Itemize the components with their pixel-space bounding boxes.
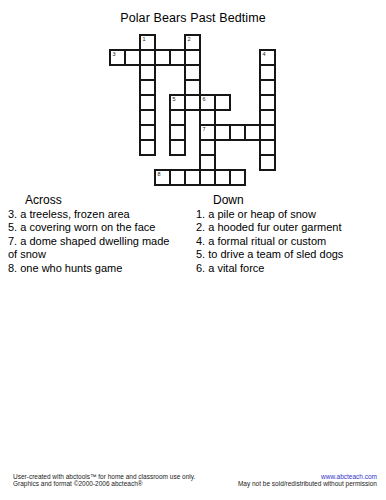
clue-line: 7. a dome shaped dwelling made of snow: [8, 235, 180, 262]
clue-line: 1. a pile or heap of snow: [196, 208, 384, 221]
worksheet-page: Polar Bears Past Bedtime 12345678 Across…: [0, 0, 386, 500]
grid-cell-r4c7[interactable]: [214, 94, 231, 111]
clue-number-7: 7: [203, 126, 206, 132]
clue-line: 8. one who hunts game: [8, 262, 180, 275]
down-clue-list: 1. a pile or heap of snow2. a hooded fur…: [196, 208, 384, 275]
footer-credits: User-created with abctools™ for home and…: [13, 473, 195, 487]
across-clue-list: 3. a treeless, frozen area5. a covering …: [8, 208, 180, 275]
clue-number-8: 8: [158, 171, 161, 177]
footer-permission-line: May not be sold/redistributed without pe…: [238, 480, 377, 487]
clue-number-4: 4: [263, 51, 266, 57]
clue-number-3: 3: [113, 51, 116, 57]
across-header: Across: [25, 193, 62, 207]
clue-number-5: 5: [173, 96, 176, 102]
clue-number-1: 1: [143, 36, 146, 42]
clue-line: 2. a hooded fur outer garment: [196, 221, 384, 234]
puzzle-title: Polar Bears Past Bedtime: [0, 11, 386, 25]
clue-line: 5. to drive a team of sled dogs: [196, 248, 384, 261]
grid-cell-r7c2[interactable]: [139, 139, 156, 156]
clue-number-2: 2: [188, 36, 191, 42]
grid-cell-r9c8[interactable]: [229, 169, 246, 186]
footer-legal: www.abcteach.com May not be sold/redistr…: [238, 473, 377, 487]
grid-cell-r8c10[interactable]: [259, 154, 276, 171]
down-header: Down: [213, 193, 244, 207]
crossword-grid: 12345678: [109, 34, 274, 184]
footer-credit-line2: Graphics and format ©2000-2006 abcteach®: [13, 480, 195, 487]
abcteach-link[interactable]: www.abcteach.com: [321, 473, 377, 480]
grid-cell-r7c4[interactable]: [169, 139, 186, 156]
footer-credit-line1: User-created with abctools™ for home and…: [13, 473, 195, 480]
clue-line: 3. a treeless, frozen area: [8, 208, 180, 221]
clue-line: 6. a vital force: [196, 262, 384, 275]
clue-number-6: 6: [203, 96, 206, 102]
clue-line: 5. a covering worn on the face: [8, 221, 180, 234]
clue-line: 4. a formal ritual or custom: [196, 235, 384, 248]
